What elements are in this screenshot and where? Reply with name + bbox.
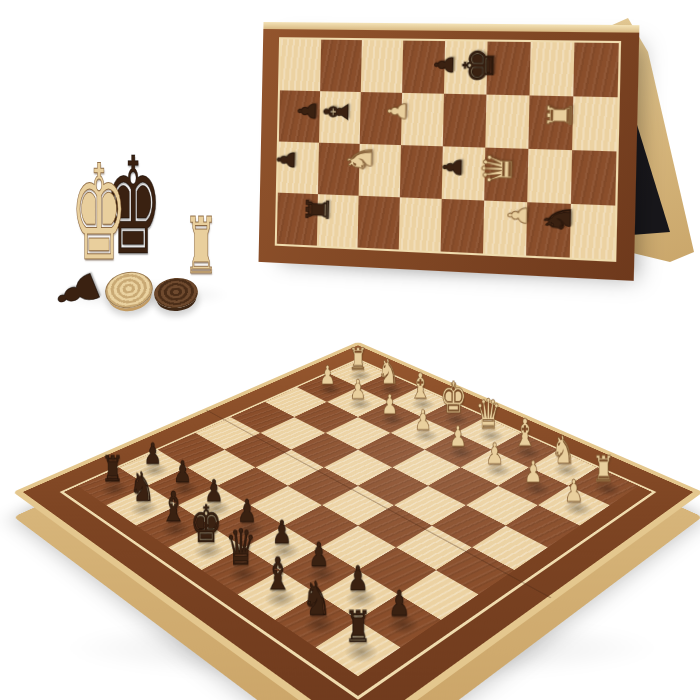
piece-glyph: ♟ [388,586,410,621]
square [441,199,485,254]
square [527,149,572,204]
piece-glyph: ♝ [409,368,431,403]
black-pawn-magnetic: ♟ [274,148,298,170]
piece-glyph: ♜ [344,606,371,649]
square [320,40,362,92]
piece-glyph: ♟ [320,363,336,389]
black-pawn-loose: ♟ [46,264,111,320]
piece-glyph: ♟ [381,391,398,418]
piece-glyph: ♛ [475,393,501,434]
piece-glyph: ♝ [160,486,186,528]
white-queen-magnetic: ♛ [477,151,519,188]
piece-glyph: ♟ [309,538,330,571]
square [571,150,617,205]
square [573,43,619,98]
square [485,95,529,149]
folded-board-grid: ♟♚♟♝♟♜♟♞♟♛♜♟♞ [277,39,619,259]
piece-glyph: ♟ [347,562,368,596]
piece-glyph: ♟ [524,457,543,487]
black-pawn-magnetic: ♟ [440,156,466,179]
piece-glyph: ♝ [513,414,537,452]
black-bishop-magnetic: ♝ [319,97,353,128]
piece-glyph: ♜ [348,344,367,374]
black-rook-magnetic: ♜ [302,195,334,224]
piece-glyph: ♜ [592,452,614,488]
black-king-magnetic: ♚ [457,46,500,84]
piece-glyph: ♝ [263,551,292,596]
piece-glyph: ♞ [302,575,331,622]
square [358,196,400,250]
piece-glyph: ♟ [486,440,504,469]
folded-board-frame: ♟♚♟♝♟♜♟♞♟♛♜♟♞ [259,29,640,280]
white-king-loose: ♚ [71,147,128,279]
white-rook-loose: ♜ [184,207,218,285]
piece-glyph: ♚ [190,498,222,550]
white-knight-magnetic: ♞ [342,144,376,175]
piece-glyph: ♟ [449,423,467,451]
square [280,39,321,91]
folded-board-scene: ♟♚♟♝♟♜♟♞♟♛♜♟♞ [256,12,700,282]
square [361,40,403,93]
square [400,145,443,199]
loose-pieces-cluster: ♚♚♜♟ [0,0,260,330]
piece-glyph: ♚ [440,376,467,419]
piece-glyph: ♛ [225,523,256,573]
piece-glyph: ♜ [101,452,123,488]
white-pawn-magnetic: ♟ [505,203,531,227]
piece-glyph: ♞ [551,430,575,469]
piece-glyph: ♟ [414,407,431,435]
product-photo-canvas: ♟♚♟♝♟♜♟♞♟♛♜♟♞ ♚♚♜♟ ♜♞♝♚♛♝♞♜♟♟♟♟♟♟♟♟♟♟♟♟♟… [0,0,700,700]
piece-glyph: ♞ [378,354,400,388]
black-knight-magnetic: ♞ [539,203,576,236]
piece-glyph: ♟ [350,377,367,403]
white-pawn-magnetic: ♟ [385,100,410,123]
square [443,94,487,148]
square [530,42,575,96]
piece-glyph: ♟ [564,476,583,507]
piece-glyph: ♞ [129,466,155,507]
white-rook-magnetic: ♜ [542,100,577,130]
square [399,197,442,251]
folded-board-front-face: ♟♚♟♝♟♜♟♞♟♛♜♟♞ [259,22,640,281]
folded-board-border-line: ♟♚♟♝♟♜♟♞♟♛♜♟♞ [275,37,621,262]
piece-glyph: ♟ [272,516,292,548]
